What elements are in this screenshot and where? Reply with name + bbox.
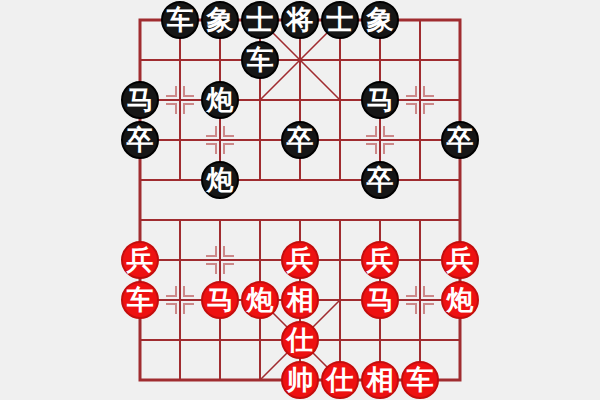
point-c2r4: 炮 — [200, 160, 240, 200]
piece-black-elephant[interactable]: 象 — [361, 1, 399, 39]
xiangqi-board: 车象士将士象车马炮马卒卒卒炮卒兵兵兵兵车马炮相马炮仕帅仕相车 — [0, 0, 600, 400]
point-c4r8: 仕 — [280, 320, 320, 360]
piece-layer: 车象士将士象车马炮马卒卒卒炮卒兵兵兵兵车马炮相马炮仕帅仕相车 — [120, 0, 480, 400]
piece-red-advisor[interactable]: 仕 — [281, 321, 319, 359]
piece-red-soldier[interactable]: 兵 — [121, 241, 159, 279]
piece-glyph: 相 — [367, 367, 394, 394]
piece-glyph: 炮 — [207, 167, 234, 194]
piece-red-soldier[interactable]: 兵 — [361, 241, 399, 279]
point-c6r9: 相 — [360, 360, 400, 400]
piece-black-cannon[interactable]: 炮 — [201, 81, 239, 119]
point-c8r7: 炮 — [440, 280, 480, 320]
piece-black-advisor[interactable]: 士 — [321, 1, 359, 39]
piece-black-elephant[interactable]: 象 — [201, 1, 239, 39]
piece-glyph: 兵 — [367, 247, 394, 274]
piece-glyph: 车 — [127, 287, 154, 314]
point-c4r9: 帅 — [280, 360, 320, 400]
piece-black-soldier[interactable]: 卒 — [361, 161, 399, 199]
piece-glyph: 士 — [327, 7, 354, 34]
point-c1r0: 车 — [160, 0, 200, 40]
piece-glyph: 车 — [167, 7, 194, 34]
piece-glyph: 象 — [207, 7, 234, 34]
piece-glyph: 卒 — [367, 167, 394, 194]
piece-glyph: 车 — [407, 367, 434, 394]
point-c0r2: 马 — [120, 80, 160, 120]
piece-red-chariot[interactable]: 车 — [121, 281, 159, 319]
point-c4r7: 相 — [280, 280, 320, 320]
point-c6r7: 马 — [360, 280, 400, 320]
piece-glyph: 炮 — [447, 287, 474, 314]
piece-glyph: 将 — [287, 7, 314, 34]
point-c6r2: 马 — [360, 80, 400, 120]
piece-black-horse[interactable]: 马 — [361, 81, 399, 119]
point-c0r7: 车 — [120, 280, 160, 320]
piece-glyph: 卒 — [127, 127, 154, 154]
piece-black-general[interactable]: 将 — [281, 1, 319, 39]
piece-red-soldier[interactable]: 兵 — [441, 241, 479, 279]
point-c8r3: 卒 — [440, 120, 480, 160]
point-c6r0: 象 — [360, 0, 400, 40]
piece-red-advisor[interactable]: 仕 — [321, 361, 359, 399]
piece-glyph: 卒 — [447, 127, 474, 154]
piece-black-soldier[interactable]: 卒 — [281, 121, 319, 159]
point-c3r0: 士 — [240, 0, 280, 40]
point-c5r9: 仕 — [320, 360, 360, 400]
point-c4r0: 将 — [280, 0, 320, 40]
piece-red-horse[interactable]: 马 — [361, 281, 399, 319]
piece-red-chariot[interactable]: 车 — [401, 361, 439, 399]
point-c4r3: 卒 — [280, 120, 320, 160]
point-c4r6: 兵 — [280, 240, 320, 280]
piece-glyph: 兵 — [287, 247, 314, 274]
point-c0r6: 兵 — [120, 240, 160, 280]
piece-black-chariot[interactable]: 车 — [241, 41, 279, 79]
piece-glyph: 士 — [247, 7, 274, 34]
point-c5r0: 士 — [320, 0, 360, 40]
piece-red-cannon[interactable]: 炮 — [441, 281, 479, 319]
piece-black-cannon[interactable]: 炮 — [201, 161, 239, 199]
piece-glyph: 马 — [207, 287, 234, 314]
point-c2r2: 炮 — [200, 80, 240, 120]
piece-red-elephant[interactable]: 相 — [361, 361, 399, 399]
piece-glyph: 兵 — [447, 247, 474, 274]
point-c8r6: 兵 — [440, 240, 480, 280]
piece-black-soldier[interactable]: 卒 — [441, 121, 479, 159]
point-c3r1: 车 — [240, 40, 280, 80]
piece-red-horse[interactable]: 马 — [201, 281, 239, 319]
piece-glyph: 炮 — [247, 287, 274, 314]
piece-black-advisor[interactable]: 士 — [241, 1, 279, 39]
point-c6r6: 兵 — [360, 240, 400, 280]
piece-glyph: 卒 — [287, 127, 314, 154]
piece-glyph: 兵 — [127, 247, 154, 274]
piece-glyph: 马 — [127, 87, 154, 114]
piece-glyph: 马 — [367, 87, 394, 114]
piece-glyph: 象 — [367, 7, 394, 34]
piece-glyph: 炮 — [207, 87, 234, 114]
piece-red-soldier[interactable]: 兵 — [281, 241, 319, 279]
piece-glyph: 车 — [247, 47, 274, 74]
piece-red-elephant[interactable]: 相 — [281, 281, 319, 319]
piece-glyph: 相 — [287, 287, 314, 314]
piece-red-general[interactable]: 帅 — [281, 361, 319, 399]
piece-red-cannon[interactable]: 炮 — [241, 281, 279, 319]
piece-glyph: 仕 — [287, 327, 314, 354]
piece-glyph: 帅 — [287, 367, 314, 394]
piece-glyph: 仕 — [327, 367, 354, 394]
piece-black-horse[interactable]: 马 — [121, 81, 159, 119]
point-c6r4: 卒 — [360, 160, 400, 200]
point-c3r7: 炮 — [240, 280, 280, 320]
point-c2r0: 象 — [200, 0, 240, 40]
point-c2r7: 马 — [200, 280, 240, 320]
piece-black-soldier[interactable]: 卒 — [121, 121, 159, 159]
point-c0r3: 卒 — [120, 120, 160, 160]
point-c7r9: 车 — [400, 360, 440, 400]
piece-black-chariot[interactable]: 车 — [161, 1, 199, 39]
piece-glyph: 马 — [367, 287, 394, 314]
